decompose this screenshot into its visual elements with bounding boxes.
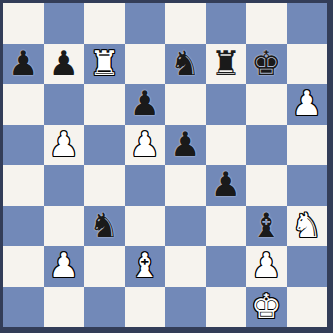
piece-black-knight: ♞ — [170, 46, 200, 80]
square-a1[interactable] — [3, 287, 44, 328]
square-b1[interactable] — [44, 287, 85, 328]
square-h8[interactable] — [287, 3, 328, 44]
square-h5[interactable] — [287, 125, 328, 166]
square-f1[interactable] — [206, 287, 247, 328]
piece-black-king: ♚ — [251, 46, 281, 80]
square-a2[interactable] — [3, 246, 44, 287]
piece-black-pawn: ♟ — [170, 127, 200, 161]
square-g4[interactable] — [246, 165, 287, 206]
piece-white-pawn: ♟ — [251, 248, 281, 282]
square-e4[interactable] — [165, 165, 206, 206]
square-e6[interactable] — [165, 84, 206, 125]
square-b5[interactable]: ♟ — [44, 125, 85, 166]
square-h4[interactable] — [287, 165, 328, 206]
piece-white-pawn: ♟ — [130, 127, 160, 161]
square-e7[interactable]: ♞ — [165, 44, 206, 85]
square-g5[interactable] — [246, 125, 287, 166]
square-f5[interactable] — [206, 125, 247, 166]
square-g1[interactable]: ♚ — [246, 287, 287, 328]
square-h7[interactable] — [287, 44, 328, 85]
piece-white-pawn: ♟ — [292, 86, 322, 120]
piece-black-pawn: ♟ — [49, 46, 79, 80]
square-e5[interactable]: ♟ — [165, 125, 206, 166]
piece-white-king: ♚ — [251, 289, 281, 323]
square-g7[interactable]: ♚ — [246, 44, 287, 85]
square-a6[interactable] — [3, 84, 44, 125]
square-d5[interactable]: ♟ — [125, 125, 166, 166]
square-c2[interactable] — [84, 246, 125, 287]
square-c4[interactable] — [84, 165, 125, 206]
square-a7[interactable]: ♟ — [3, 44, 44, 85]
square-e8[interactable] — [165, 3, 206, 44]
square-c8[interactable] — [84, 3, 125, 44]
square-a4[interactable] — [3, 165, 44, 206]
square-e2[interactable] — [165, 246, 206, 287]
square-f3[interactable] — [206, 206, 247, 247]
piece-white-pawn: ♟ — [49, 248, 79, 282]
square-f2[interactable] — [206, 246, 247, 287]
square-c1[interactable] — [84, 287, 125, 328]
square-h3[interactable]: ♞ — [287, 206, 328, 247]
square-g8[interactable] — [246, 3, 287, 44]
square-d6[interactable]: ♟ — [125, 84, 166, 125]
square-h2[interactable] — [287, 246, 328, 287]
square-d2[interactable]: ♝ — [125, 246, 166, 287]
square-d4[interactable] — [125, 165, 166, 206]
square-f8[interactable] — [206, 3, 247, 44]
square-b4[interactable] — [44, 165, 85, 206]
piece-black-pawn: ♟ — [130, 86, 160, 120]
piece-white-bishop: ♝ — [130, 248, 160, 282]
piece-black-rook: ♜ — [211, 46, 241, 80]
square-b6[interactable] — [44, 84, 85, 125]
square-b2[interactable]: ♟ — [44, 246, 85, 287]
square-g2[interactable]: ♟ — [246, 246, 287, 287]
square-b7[interactable]: ♟ — [44, 44, 85, 85]
chess-board: ♟♟♜♞♜♚♟♟♟♟♟♟♞♝♞♟♝♟♚ — [0, 0, 333, 333]
square-d8[interactable] — [125, 3, 166, 44]
square-d1[interactable] — [125, 287, 166, 328]
square-c3[interactable]: ♞ — [84, 206, 125, 247]
square-f4[interactable]: ♟ — [206, 165, 247, 206]
square-f6[interactable] — [206, 84, 247, 125]
piece-white-rook: ♜ — [89, 46, 119, 80]
square-c7[interactable]: ♜ — [84, 44, 125, 85]
square-b8[interactable] — [44, 3, 85, 44]
square-c5[interactable] — [84, 125, 125, 166]
square-d7[interactable] — [125, 44, 166, 85]
piece-white-pawn: ♟ — [49, 127, 79, 161]
square-b3[interactable] — [44, 206, 85, 247]
square-g6[interactable] — [246, 84, 287, 125]
square-d3[interactable] — [125, 206, 166, 247]
square-a3[interactable] — [3, 206, 44, 247]
square-e1[interactable] — [165, 287, 206, 328]
square-g3[interactable]: ♝ — [246, 206, 287, 247]
square-h6[interactable]: ♟ — [287, 84, 328, 125]
piece-white-knight: ♞ — [292, 208, 322, 242]
square-h1[interactable] — [287, 287, 328, 328]
square-a5[interactable] — [3, 125, 44, 166]
square-a8[interactable] — [3, 3, 44, 44]
piece-black-pawn: ♟ — [8, 46, 38, 80]
piece-black-bishop: ♝ — [251, 208, 281, 242]
piece-black-pawn: ♟ — [211, 167, 241, 201]
square-f7[interactable]: ♜ — [206, 44, 247, 85]
square-e3[interactable] — [165, 206, 206, 247]
piece-black-knight: ♞ — [89, 208, 119, 242]
square-c6[interactable] — [84, 84, 125, 125]
